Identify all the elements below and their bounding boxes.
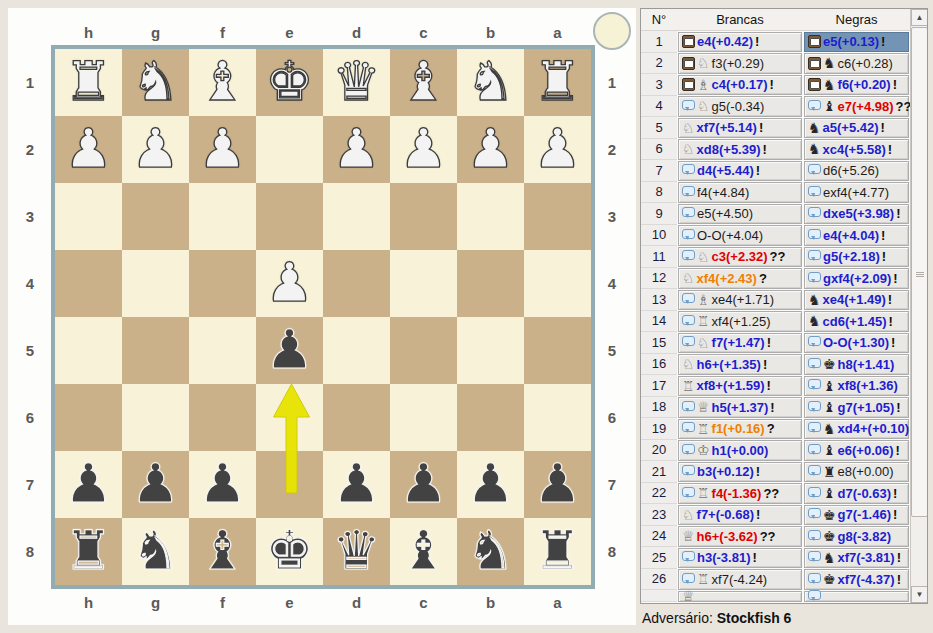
white-move-cell[interactable]: ♖xf7(-4.24) (678, 569, 802, 590)
square-a1[interactable]: ♜ (524, 49, 591, 116)
white-move-cell[interactable]: d4(+5.44)! (678, 161, 802, 182)
comment-icon (808, 100, 821, 110)
piece-wP: ♟ (122, 116, 189, 181)
rank-label-4: 4 (18, 250, 42, 317)
black-move-cell[interactable]: ♞c6(+0.28) (804, 53, 909, 74)
move-text: f7+(-0.68) (697, 507, 754, 522)
white-move-cell[interactable]: f4(+4.84) (678, 182, 802, 203)
rank-label-3: 3 (600, 183, 624, 250)
black-move-cell[interactable]: ♞f6(+0.20)! (804, 75, 909, 96)
board-panel: hgfedcba 12345678 12345678 hgfedcba ♜♞♝♚… (8, 8, 636, 625)
white-move-cell[interactable]: ♖xf8+(+1.59)! (678, 376, 802, 397)
square-c7[interactable]: ♟ (390, 451, 457, 518)
white-move-cell[interactable]: e5(+4.50) (678, 204, 802, 225)
move-row-11: 11♘c3(+2.32)??g5(+2.18)! (641, 246, 910, 268)
square-c4[interactable] (390, 250, 457, 317)
comment-icon (682, 186, 695, 196)
file-label-b: b (457, 24, 524, 44)
rank-label-3: 3 (18, 183, 42, 250)
move-annotation: ! (767, 335, 771, 350)
piece-wB: ♝ (390, 49, 457, 114)
square-c6[interactable] (390, 384, 457, 451)
rank-label-5: 5 (600, 317, 624, 384)
move-row-3: 3♗c4(+0.17)!♞f6(+0.20)! (641, 74, 910, 96)
move-annotation: ! (896, 206, 900, 221)
white-move-cell[interactable]: ♘f7(+1.47)! (678, 333, 802, 354)
move-text: f7(+1.47) (712, 335, 765, 350)
black-move-cell[interactable]: d6(+5.26) (804, 161, 909, 182)
move-number: 6 (641, 139, 677, 161)
files-top: hgfedcba (55, 24, 591, 44)
square-h2[interactable]: ♟ (55, 116, 122, 183)
file-label-a: a (524, 24, 591, 44)
square-e7[interactable] (256, 451, 323, 518)
square-e3[interactable] (256, 183, 323, 250)
square-e4[interactable]: ♟ (256, 250, 323, 317)
black-move-cell[interactable]: ♞a5(+5.42)! (804, 118, 909, 139)
black-move-cell[interactable]: ♝g7(+1.05)! (804, 397, 909, 418)
square-d8[interactable]: ♛ (323, 518, 390, 585)
move-text: h5(+1.37) (712, 400, 769, 415)
square-d1[interactable]: ♛ (323, 49, 390, 116)
scrollbar[interactable]: ▲ ▼ (910, 9, 927, 603)
move-annotation: ! (881, 120, 885, 135)
move-text: f6(+0.20) (838, 77, 891, 92)
square-h7[interactable]: ♟ (55, 451, 122, 518)
ranks-left: 12345678 (18, 49, 42, 585)
square-a3[interactable] (524, 183, 591, 250)
move-row-2: 2♘f3(+0.29)♞c6(+0.28) (641, 53, 910, 75)
comment-icon (808, 465, 821, 475)
move-annotation: ! (752, 550, 756, 565)
white-move-cell[interactable]: ♗c4(+0.17)! (678, 75, 802, 96)
square-f6[interactable] (189, 384, 256, 451)
white-move-cell[interactable]: h3(-3.81)! (678, 548, 802, 569)
black-move-cell[interactable]: e4(+4.04)! (804, 225, 909, 246)
square-h8[interactable]: ♜ (55, 518, 122, 585)
square-h5[interactable] (55, 317, 122, 384)
comment-icon (682, 207, 695, 217)
file-label-h: h (55, 24, 122, 44)
square-c3[interactable] (390, 183, 457, 250)
black-move-cell[interactable]: ♚xf7(-4.37)! (804, 569, 909, 590)
piece-bB: ♝ (189, 518, 256, 583)
book-icon (682, 35, 695, 48)
white-move-cell[interactable]: ♗xe4(+1.71) (678, 290, 802, 311)
square-f3[interactable] (189, 183, 256, 250)
square-f1[interactable]: ♝ (189, 49, 256, 116)
square-h4[interactable] (55, 250, 122, 317)
square-e8[interactable]: ♚ (256, 518, 323, 585)
move-annotation: ! (889, 314, 893, 329)
move-number: 3 (641, 74, 677, 96)
square-g8[interactable]: ♞ (122, 518, 189, 585)
piece-bR: ♜ (55, 518, 122, 583)
square-h1[interactable]: ♜ (55, 49, 122, 116)
comment-icon (808, 186, 821, 196)
move-annotation: ? (759, 271, 767, 286)
white-move-cell[interactable]: ♘xd8(+5.39)! (678, 139, 802, 160)
piece-bN: ♞ (457, 518, 524, 583)
rank-label-4: 4 (600, 250, 624, 317)
file-label-c: c (390, 24, 457, 44)
comment-icon (808, 551, 821, 561)
comment-icon (682, 401, 695, 411)
move-row-19: 19♖f1(+0.16)?♞xd4+(+0.10)! (641, 418, 910, 440)
file-label-h: h (55, 594, 122, 614)
move-number: 23 (641, 504, 677, 526)
comment-icon (808, 336, 821, 346)
move-row-12: 12♘xf4(+2.43)?gxf4(+2.09)! (641, 268, 910, 290)
piece-bN: ♞ (122, 518, 189, 583)
white-move-cell[interactable]: ♔h1(+0.00) (678, 440, 802, 461)
move-number: 17 (641, 375, 677, 397)
piece-icon-wB: ♗ (697, 78, 710, 92)
square-a7[interactable]: ♟ (524, 451, 591, 518)
move-text: xf8+(+1.59) (697, 378, 765, 393)
piece-wP: ♟ (323, 116, 390, 181)
black-move-cell[interactable]: e5(+0.13)! (804, 32, 909, 53)
move-number: 9 (641, 203, 677, 225)
piece-bP: ♟ (457, 451, 524, 516)
files-bottom: hgfedcba (55, 594, 591, 614)
square-c8[interactable]: ♝ (390, 518, 457, 585)
move-row-8: 8f4(+4.84)exf4(+4.77) (641, 182, 910, 204)
move-annotation: ! (756, 507, 760, 522)
piece-icon-bB: ♝ (823, 400, 836, 414)
piece-icon-bN: ♞ (808, 314, 821, 328)
piece-icon-wN: ♘ (697, 56, 710, 70)
square-a5[interactable] (524, 317, 591, 384)
book-icon (682, 57, 695, 70)
black-move-cell[interactable]: ♝e6(+0.06)! (804, 440, 909, 461)
piece-icon-bB: ♝ (823, 379, 836, 393)
move-number: 2 (641, 53, 677, 75)
square-e1[interactable]: ♚ (256, 49, 323, 116)
move-annotation: ! (896, 400, 900, 415)
move-text: h1(+0.00) (712, 443, 769, 458)
square-f4[interactable] (189, 250, 256, 317)
scrollbar-down-button[interactable]: ▼ (911, 586, 928, 603)
file-label-f: f (189, 594, 256, 614)
white-move-cell[interactable]: b3(+0.12)! (678, 462, 802, 483)
rank-label-7: 7 (18, 451, 42, 518)
square-b7[interactable]: ♟ (457, 451, 524, 518)
white-move-cell[interactable]: ♖f1(+0.16)? (678, 419, 802, 440)
move-number: 25 (641, 547, 677, 569)
square-f7[interactable]: ♟ (189, 451, 256, 518)
move-row-18: 18♕h5(+1.37)!♝g7(+1.05)! (641, 397, 910, 419)
move-number: 7 (641, 160, 677, 182)
comment-icon (682, 100, 695, 110)
move-number: 16 (641, 354, 677, 376)
move-text: h6+(-3.62) (697, 529, 758, 544)
move-text: b3(+0.12) (697, 464, 754, 479)
piece-icon-wK: ♔ (697, 443, 710, 457)
move-row-23: 23♘f7+(-0.68)!♚g7(-1.46)! (641, 504, 910, 526)
move-text: h8(+1.41) (838, 357, 895, 372)
file-label-g: g (122, 24, 189, 44)
piece-icon-bN: ♞ (823, 56, 836, 70)
comment-icon (808, 422, 821, 432)
move-text: e7(+4.98) (838, 99, 894, 114)
piece-bP: ♟ (323, 451, 390, 516)
move-row-10: 10O-O(+4.04)e4(+4.04)! (641, 225, 910, 247)
square-g3[interactable] (122, 183, 189, 250)
move-annotation: ! (882, 249, 886, 264)
square-g2[interactable]: ♟ (122, 116, 189, 183)
square-f2[interactable]: ♟ (189, 116, 256, 183)
square-g1[interactable]: ♞ (122, 49, 189, 116)
app-window: hgfedcba 12345678 12345678 hgfedcba ♜♞♝♚… (0, 0, 933, 633)
header-move-number: N° (641, 12, 677, 27)
square-e2[interactable] (256, 116, 323, 183)
black-move-cell[interactable]: dxe5(+3.98)! (804, 204, 909, 225)
opponent-label: Adversário: (642, 610, 713, 626)
white-move-cell[interactable]: ♘c3(+2.32)?? (678, 247, 802, 268)
move-row-16: 16♘h6+(+1.35)!♚h8(+1.41) (641, 354, 910, 376)
comment-icon (808, 272, 821, 282)
white-move-cell[interactable]: ♕h5(+1.37)! (678, 397, 802, 418)
piece-bB: ♝ (390, 518, 457, 583)
square-g7[interactable]: ♟ (122, 451, 189, 518)
move-annotation: ! (891, 335, 895, 350)
board-grid: ♜♞♝♚♛♝♞♜♟♟♟♟♟♟♟♟♟♟♟♟♟♟♟♟♜♞♝♚♛♝♞♜ (55, 49, 591, 585)
piece-icon-bR: ♜ (823, 465, 836, 479)
move-annotation: ! (759, 120, 763, 135)
move-annotation: ! (763, 357, 767, 372)
move-number: 21 (641, 461, 677, 483)
square-d5[interactable] (323, 317, 390, 384)
piece-icon-wQ: ♕ (682, 590, 695, 602)
black-move-cell[interactable]: ♝e7(+4.98)?? (804, 96, 909, 117)
move-row-partial: ♕ (641, 590, 910, 602)
white-move-cell[interactable]: ♘h6+(+1.35)! (678, 354, 802, 375)
move-number: 14 (641, 311, 677, 333)
black-move-cell[interactable]: ♜e8(+0.00) (804, 462, 909, 483)
file-label-f: f (189, 24, 256, 44)
comment-icon (682, 250, 695, 260)
file-label-c: c (390, 594, 457, 614)
white-move-cell[interactable]: O-O(+4.04) (678, 225, 802, 246)
square-h6[interactable] (55, 384, 122, 451)
square-e6[interactable] (256, 384, 323, 451)
move-row-21: 21b3(+0.12)!♜e8(+0.00) (641, 461, 910, 483)
piece-bP: ♟ (122, 451, 189, 516)
square-a4[interactable] (524, 250, 591, 317)
move-text: f4(+4.84) (697, 185, 749, 200)
square-b2[interactable]: ♟ (457, 116, 524, 183)
piece-icon-wQ: ♕ (682, 529, 695, 543)
square-d4[interactable] (323, 250, 390, 317)
comment-icon (682, 422, 695, 432)
move-annotation: ?? (763, 486, 779, 501)
piece-icon-bN: ♞ (808, 293, 821, 307)
piece-icon-wB: ♗ (697, 293, 710, 307)
rank-label-7: 7 (600, 451, 624, 518)
white-move-cell[interactable]: ♖xf4(+1.25) (678, 311, 802, 332)
black-move-cell[interactable]: ♝xf8(+1.36) (804, 376, 909, 397)
black-move-cell[interactable]: ♚g7(-1.46)! (804, 505, 909, 526)
black-move-cell[interactable]: ♞xe4(+1.49)! (804, 290, 909, 311)
black-move-cell[interactable]: ♞xd4+(+0.10)! (804, 419, 909, 440)
move-text: c4(+0.17) (712, 77, 768, 92)
piece-icon-wN: ♘ (682, 508, 695, 522)
square-a8[interactable]: ♜ (524, 518, 591, 585)
move-text: xf7(+5.14) (697, 120, 757, 135)
move-row-9: 9e5(+4.50)dxe5(+3.98)! (641, 203, 910, 225)
comment-icon (682, 551, 695, 561)
square-f5[interactable] (189, 317, 256, 384)
white-move-cell[interactable]: ♖f4(-1.36)?? (678, 483, 802, 504)
move-text: h3(-3.81) (697, 550, 750, 565)
move-text: c3(+2.32) (712, 249, 768, 264)
move-number: 15 (641, 332, 677, 354)
move-annotation: ! (770, 400, 774, 415)
square-c1[interactable]: ♝ (390, 49, 457, 116)
move-text: dxe5(+3.98) (823, 206, 894, 221)
square-b6[interactable] (457, 384, 524, 451)
move-text: xf8(+1.36) (838, 378, 898, 393)
square-g6[interactable] (122, 384, 189, 451)
piece-wP: ♟ (457, 116, 524, 181)
square-b5[interactable] (457, 317, 524, 384)
black-move-cell[interactable] (804, 591, 909, 602)
square-d6[interactable] (323, 384, 390, 451)
move-text: h6+(+1.35) (697, 357, 761, 372)
rank-label-6: 6 (18, 384, 42, 451)
square-a6[interactable] (524, 384, 591, 451)
move-text: O-O(+4.04) (697, 228, 763, 243)
move-number: 19 (641, 418, 677, 440)
move-row-1: 1e4(+0.42)!e5(+0.13)! (641, 31, 910, 53)
black-move-cell[interactable]: gxf4(+2.09)! (804, 268, 909, 289)
square-a2[interactable]: ♟ (524, 116, 591, 183)
move-row-26: 26♖xf7(-4.24)♚xf7(-4.37)! (641, 569, 910, 591)
file-label-g: g (122, 594, 189, 614)
square-e5[interactable]: ♟ (256, 317, 323, 384)
square-b3[interactable] (457, 183, 524, 250)
piece-icon-bB: ♝ (823, 486, 836, 500)
move-row-20: 20♔h1(+0.00)♝e6(+0.06)! (641, 440, 910, 462)
black-move-cell[interactable]: ♞cd6(+1.45)! (804, 311, 909, 332)
move-list-header: N° Brancas Negras (641, 9, 927, 31)
white-move-cell[interactable]: ♘xf7(+5.14)! (678, 118, 802, 139)
comment-icon (682, 293, 695, 303)
square-h3[interactable] (55, 183, 122, 250)
black-move-cell[interactable]: O-O(+1.30)! (804, 333, 909, 354)
move-number: 20 (641, 440, 677, 462)
white-move-cell[interactable]: ♘f7+(-0.68)! (678, 505, 802, 526)
move-text: g7(-1.46) (838, 507, 891, 522)
square-d7[interactable]: ♟ (323, 451, 390, 518)
move-row-6: 6♘xd8(+5.39)!♞xc4(+5.58)! (641, 139, 910, 161)
black-move-cell[interactable]: ♚h8(+1.41) (804, 354, 909, 375)
file-label-d: d (323, 594, 390, 614)
book-icon (808, 57, 821, 70)
move-text: cd6(+1.45) (823, 314, 887, 329)
square-b8[interactable]: ♞ (457, 518, 524, 585)
book-icon (808, 35, 821, 48)
black-move-cell[interactable]: exf4(+4.77) (804, 182, 909, 203)
comment-icon (808, 573, 821, 583)
white-move-cell[interactable]: ♘xf4(+2.43)? (678, 268, 802, 289)
side-to-move-indicator (593, 12, 631, 50)
piece-icon-bB: ♝ (823, 443, 836, 457)
piece-wP: ♟ (524, 116, 591, 181)
comment-icon (682, 465, 695, 475)
scrollbar-thumb[interactable] (911, 27, 928, 517)
square-b1[interactable]: ♞ (457, 49, 524, 116)
white-move-cell[interactable]: ♘g5(-0.34) (678, 96, 802, 117)
file-label-e: e (256, 24, 323, 44)
move-rows: 1e4(+0.42)!e5(+0.13)!2♘f3(+0.29)♞c6(+0.2… (641, 31, 910, 602)
move-number: 11 (641, 246, 677, 268)
piece-icon-bK: ♚ (823, 572, 836, 586)
square-g5[interactable] (122, 317, 189, 384)
comment-icon (808, 590, 821, 600)
header-black: Negras (803, 12, 910, 27)
move-text: xd4+(+0.10) (838, 421, 910, 436)
square-f8[interactable]: ♝ (189, 518, 256, 585)
black-move-cell[interactable]: ♝d7(-0.63)! (804, 483, 909, 504)
piece-icon-bK: ♚ (823, 357, 836, 371)
move-annotation: ! (893, 507, 897, 522)
white-move-cell[interactable]: ♘f3(+0.29) (678, 53, 802, 74)
white-move-cell[interactable]: e4(+0.42)! (678, 32, 802, 53)
comment-icon (682, 444, 695, 454)
move-text: d4(+5.44) (697, 163, 754, 178)
move-row-14: 14♖xf4(+1.25)♞cd6(+1.45)! (641, 311, 910, 333)
file-label-d: d (323, 24, 390, 44)
square-c5[interactable] (390, 317, 457, 384)
move-text: xd8(+5.39) (697, 142, 761, 157)
comment-icon (808, 444, 821, 454)
square-g4[interactable] (122, 250, 189, 317)
piece-icon-bB: ♝ (823, 99, 836, 113)
move-annotation: ! (755, 34, 759, 49)
move-text: e6(+0.06) (838, 443, 894, 458)
move-annotation: ?? (770, 249, 786, 264)
piece-icon-bN: ♞ (823, 78, 836, 92)
black-move-cell[interactable]: g5(+2.18)! (804, 247, 909, 268)
square-d2[interactable]: ♟ (323, 116, 390, 183)
move-row-5: 5♘xf7(+5.14)!♞a5(+5.42)! (641, 117, 910, 139)
square-b4[interactable] (457, 250, 524, 317)
comment-icon (682, 573, 695, 583)
piece-bP: ♟ (256, 317, 323, 382)
piece-bQ: ♛ (323, 518, 390, 583)
square-c2[interactable]: ♟ (390, 116, 457, 183)
move-annotation: ! (897, 572, 901, 587)
black-move-cell[interactable]: ♞xc4(+5.58)! (804, 139, 909, 160)
piece-icon-bK: ♚ (823, 508, 836, 522)
white-move-cell[interactable]: ♕ (678, 591, 802, 602)
white-move-cell[interactable]: ♕h6+(-3.62)?? (678, 526, 802, 547)
comment-icon (808, 250, 821, 260)
piece-wK: ♚ (256, 49, 323, 114)
opponent-name: Stockfish 6 (717, 610, 792, 626)
black-move-cell[interactable]: ♞xf7(-3.81)! (804, 548, 909, 569)
move-annotation: ! (893, 271, 897, 286)
comment-icon (682, 164, 695, 174)
chess-board: ♜♞♝♚♛♝♞♜♟♟♟♟♟♟♟♟♟♟♟♟♟♟♟♟♜♞♝♚♛♝♞♜ (51, 45, 595, 589)
scrollbar-up-button[interactable]: ▲ (911, 9, 928, 26)
piece-icon-wN: ♘ (682, 142, 695, 156)
square-d3[interactable] (323, 183, 390, 250)
piece-icon-bN: ♞ (823, 551, 836, 565)
black-move-cell[interactable]: ♚g8(-3.82) (804, 526, 909, 547)
